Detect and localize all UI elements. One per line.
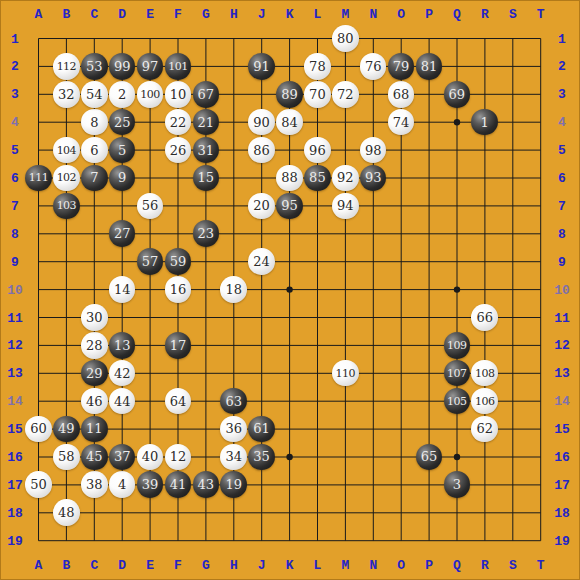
intersection-B5[interactable]: 104 [52,136,80,164]
stone-R11-white[interactable]: 66 [471,304,498,331]
intersection-C2[interactable]: 53 [80,52,108,80]
row-label-left-13: 13 [7,366,23,381]
move-number: 18 [225,283,242,296]
intersection-E7[interactable]: 56 [136,192,164,220]
intersection-B15[interactable]: 49 [52,415,80,443]
move-number: 6 [90,144,98,157]
stone-C3-white[interactable]: 54 [81,81,108,108]
move-number: 91 [253,60,270,73]
intersection-E16[interactable]: 40 [136,443,164,471]
stone-B3-white[interactable]: 32 [53,81,80,108]
intersection-M1[interactable]: 80 [331,25,359,53]
move-number: 78 [309,60,326,73]
intersection-K7[interactable]: 95 [276,192,304,220]
intersection-A17[interactable]: 50 [25,471,53,499]
intersection-C14[interactable]: 46 [80,387,108,415]
stone-F17-black[interactable]: 41 [165,471,192,498]
intersection-N2[interactable]: 76 [359,52,387,80]
stone-E16-white[interactable]: 40 [137,444,164,471]
intersection-H17[interactable]: 19 [220,471,248,499]
intersection-M13[interactable]: 110 [331,359,359,387]
stone-D8-black[interactable]: 27 [109,220,136,247]
stone-M1-white[interactable]: 80 [332,25,359,52]
move-number: 31 [198,144,215,157]
stone-Q13-black[interactable]: 107 [444,360,471,387]
intersection-C13[interactable]: 29 [80,359,108,387]
move-number: 24 [253,255,270,268]
intersection-O4[interactable]: 74 [387,108,415,136]
row-label-right-9: 9 [558,254,566,269]
intersection-G5[interactable]: 31 [192,136,220,164]
intersection-Q12[interactable]: 109 [443,331,471,359]
stone-N2-white[interactable]: 76 [360,53,387,80]
stone-D6-black[interactable]: 9 [109,165,136,192]
stone-C6-black[interactable]: 7 [81,165,108,192]
intersection-R4[interactable]: 1 [471,108,499,136]
stone-H16-white[interactable]: 34 [220,444,247,471]
stone-C14-white[interactable]: 46 [81,388,108,415]
stone-C16-black[interactable]: 45 [81,444,108,471]
stone-B16-white[interactable]: 58 [53,444,80,471]
move-number: 54 [86,88,103,101]
move-number: 100 [140,89,160,100]
intersection-R14[interactable]: 106 [471,387,499,415]
intersection-C6[interactable]: 7 [80,164,108,192]
move-number: 102 [57,172,77,183]
stone-C5-white[interactable]: 6 [81,137,108,164]
intersection-F3[interactable]: 10 [164,80,192,108]
intersection-M7[interactable]: 94 [331,192,359,220]
move-number: 46 [86,395,103,408]
move-number: 32 [58,88,75,101]
stone-F3-white[interactable]: 10 [165,81,192,108]
intersection-J7[interactable]: 20 [248,192,276,220]
stone-C2-black[interactable]: 53 [81,53,108,80]
stone-J16-black[interactable]: 35 [248,444,275,471]
stone-E7-white[interactable]: 56 [137,193,164,220]
move-number: 68 [393,88,410,101]
column-label-bottom-Q: Q [453,558,461,573]
intersection-C17[interactable]: 38 [80,471,108,499]
intersection-D4[interactable]: 25 [108,108,136,136]
stone-G4-black[interactable]: 21 [193,109,220,136]
stone-B2-white[interactable]: 112 [53,53,80,80]
intersection-N6[interactable]: 93 [359,164,387,192]
move-number: 109 [447,340,467,351]
stone-R14-white[interactable]: 106 [471,388,498,415]
intersection-H16[interactable]: 34 [220,443,248,471]
stone-F5-white[interactable]: 26 [165,137,192,164]
intersection-D12[interactable]: 13 [108,331,136,359]
row-label-left-7: 7 [11,198,19,213]
stone-J4-white[interactable]: 90 [248,109,275,136]
stone-E2-black[interactable]: 97 [137,53,164,80]
stone-C12-white[interactable]: 28 [81,332,108,359]
intersection-G17[interactable]: 43 [192,471,220,499]
stone-A6-black[interactable]: 111 [25,165,52,192]
stone-D5-black[interactable]: 5 [109,137,136,164]
stone-C4-white[interactable]: 8 [81,109,108,136]
intersection-J2[interactable]: 91 [248,52,276,80]
move-number: 13 [114,339,131,352]
stone-C11-white[interactable]: 30 [81,304,108,331]
move-number: 5 [118,144,126,157]
stone-D17-white[interactable]: 4 [109,471,136,498]
stone-H14-black[interactable]: 63 [220,388,247,415]
intersection-F12[interactable]: 17 [164,331,192,359]
intersection-F10[interactable]: 16 [164,276,192,304]
column-label-bottom-C: C [90,558,98,573]
intersection-F2[interactable]: 101 [164,52,192,80]
row-label-right-5: 5 [558,143,566,158]
intersection-C4[interactable]: 8 [80,108,108,136]
intersection-C5[interactable]: 6 [80,136,108,164]
stone-K7-black[interactable]: 95 [276,193,303,220]
stone-O2-black[interactable]: 79 [388,53,415,80]
stone-J2-black[interactable]: 91 [248,53,275,80]
stone-H17-black[interactable]: 19 [220,471,247,498]
intersection-J16[interactable]: 35 [248,443,276,471]
intersection-K6[interactable]: 88 [276,164,304,192]
board-grid[interactable]: 1234567891011121314151617181920212223242… [25,25,555,555]
stone-G8-black[interactable]: 23 [193,220,220,247]
column-label-bottom-H: H [230,558,238,573]
intersection-L3[interactable]: 70 [303,80,331,108]
stone-L6-black[interactable]: 85 [304,165,331,192]
move-number: 95 [281,199,298,212]
intersection-C16[interactable]: 45 [80,443,108,471]
move-number: 94 [337,199,354,212]
stone-C15-black[interactable]: 11 [81,416,108,443]
intersection-H15[interactable]: 36 [220,415,248,443]
stone-Q3-black[interactable]: 69 [444,81,471,108]
column-label-bottom-E: E [146,558,154,573]
intersection-N5[interactable]: 98 [359,136,387,164]
stone-N5-white[interactable]: 98 [360,137,387,164]
column-label-bottom-R: R [481,558,489,573]
stone-M6-white[interactable]: 92 [332,165,359,192]
move-number: 103 [57,200,77,211]
stone-R4-black[interactable]: 1 [471,109,498,136]
stone-L3-white[interactable]: 70 [304,81,331,108]
move-number: 62 [476,422,493,435]
move-number: 92 [337,171,354,184]
move-number: 41 [170,478,187,491]
move-number: 111 [29,172,49,183]
column-label-top-E: E [146,7,154,22]
stone-P2-black[interactable]: 81 [416,53,443,80]
intersection-G8[interactable]: 23 [192,220,220,248]
row-label-right-7: 7 [558,198,566,213]
stone-R13-white[interactable]: 108 [471,360,498,387]
move-number: 89 [281,88,298,101]
intersection-K4[interactable]: 84 [276,108,304,136]
intersection-R11[interactable]: 66 [471,303,499,331]
stone-B7-black[interactable]: 103 [53,193,80,220]
stone-F10-white[interactable]: 16 [165,276,192,303]
column-label-bottom-T: T [537,558,545,573]
move-number: 15 [198,171,215,184]
stone-Q14-black[interactable]: 105 [444,388,471,415]
stone-N6-black[interactable]: 93 [360,165,387,192]
stone-H15-white[interactable]: 36 [220,416,247,443]
intersection-D8[interactable]: 27 [108,220,136,248]
intersection-F4[interactable]: 22 [164,108,192,136]
stone-M7-white[interactable]: 94 [332,193,359,220]
intersection-D17[interactable]: 4 [108,471,136,499]
intersection-C15[interactable]: 11 [80,415,108,443]
intersection-F14[interactable]: 64 [164,387,192,415]
move-number: 22 [170,116,187,129]
intersection-Q14[interactable]: 105 [443,387,471,415]
intersection-E17[interactable]: 39 [136,471,164,499]
column-label-top-H: H [230,7,238,22]
intersection-L2[interactable]: 78 [303,52,331,80]
move-number: 20 [253,199,270,212]
column-label-top-Q: Q [453,7,461,22]
intersection-R13[interactable]: 108 [471,359,499,387]
intersection-B2[interactable]: 112 [52,52,80,80]
intersection-F5[interactable]: 26 [164,136,192,164]
row-label-left-14: 14 [7,394,23,409]
intersection-D5[interactable]: 5 [108,136,136,164]
intersection-D10[interactable]: 14 [108,276,136,304]
stone-F12-black[interactable]: 17 [165,332,192,359]
move-number: 63 [225,395,242,408]
intersection-K3[interactable]: 89 [276,80,304,108]
stone-D13-white[interactable]: 42 [109,360,136,387]
column-label-top-C: C [90,7,98,22]
move-number: 110 [336,368,356,379]
stone-B6-white[interactable]: 102 [53,165,80,192]
intersection-L6[interactable]: 85 [303,164,331,192]
intersection-F17[interactable]: 41 [164,471,192,499]
move-number: 81 [421,60,438,73]
move-number: 106 [475,396,495,407]
stone-Q12-black[interactable]: 109 [444,332,471,359]
move-number: 14 [114,283,131,296]
stone-J7-white[interactable]: 20 [248,193,275,220]
intersection-D6[interactable]: 9 [108,164,136,192]
stone-O4-white[interactable]: 74 [388,109,415,136]
column-label-bottom-K: K [286,558,294,573]
move-number: 58 [58,450,75,463]
intersection-D3[interactable]: 2 [108,80,136,108]
intersection-C11[interactable]: 30 [80,303,108,331]
stone-D10-white[interactable]: 14 [109,276,136,303]
row-label-left-15: 15 [7,422,23,437]
intersection-H14[interactable]: 63 [220,387,248,415]
row-label-left-18: 18 [7,505,23,520]
move-number: 86 [253,144,270,157]
stone-D3-white[interactable]: 2 [109,81,136,108]
column-label-bottom-P: P [425,558,433,573]
row-label-right-4: 4 [558,115,566,130]
column-label-top-T: T [537,7,545,22]
move-number: 70 [309,88,326,101]
intersection-B3[interactable]: 32 [52,80,80,108]
stone-L2-white[interactable]: 78 [304,53,331,80]
intersection-E3[interactable]: 100 [136,80,164,108]
column-label-bottom-S: S [509,558,517,573]
intersection-O3[interactable]: 68 [387,80,415,108]
stone-K6-white[interactable]: 88 [276,165,303,192]
intersection-J5[interactable]: 86 [248,136,276,164]
column-label-top-N: N [369,7,377,22]
move-number: 60 [30,422,47,435]
row-label-right-6: 6 [558,171,566,186]
intersection-M6[interactable]: 92 [331,164,359,192]
row-label-right-13: 13 [554,366,570,381]
stone-L5-white[interactable]: 96 [304,137,331,164]
column-label-top-M: M [341,7,349,22]
stone-F2-black[interactable]: 101 [165,53,192,80]
intersection-D16[interactable]: 37 [108,443,136,471]
column-label-bottom-N: N [369,558,377,573]
stone-M13-white[interactable]: 110 [332,360,359,387]
stone-B15-black[interactable]: 49 [53,416,80,443]
move-number: 26 [170,144,187,157]
move-number: 44 [114,395,131,408]
row-label-left-16: 16 [7,450,23,465]
stone-D2-black[interactable]: 99 [109,53,136,80]
stone-J9-white[interactable]: 24 [248,248,275,275]
intersection-F16[interactable]: 12 [164,443,192,471]
stone-P16-black[interactable]: 65 [416,444,443,471]
move-number: 65 [421,450,438,463]
stone-E9-black[interactable]: 57 [137,248,164,275]
stone-A15-white[interactable]: 60 [25,416,52,443]
row-label-right-3: 3 [558,87,566,102]
stone-C17-white[interactable]: 38 [81,471,108,498]
stone-B18-white[interactable]: 48 [53,499,80,526]
stone-G6-black[interactable]: 15 [193,165,220,192]
column-label-bottom-G: G [202,558,210,573]
go-board-app: ABCDEFGHJKLMNOPQRST ABCDEFGHJKLMNOPQRST … [0,0,580,580]
stone-C13-black[interactable]: 29 [81,360,108,387]
intersection-D13[interactable]: 42 [108,359,136,387]
intersection-Q17[interactable]: 3 [443,471,471,499]
move-number: 16 [170,283,187,296]
intersection-A15[interactable]: 60 [25,415,53,443]
stone-E17-black[interactable]: 39 [137,471,164,498]
stone-K3-black[interactable]: 89 [276,81,303,108]
intersection-P2[interactable]: 81 [415,52,443,80]
stone-K4-white[interactable]: 84 [276,109,303,136]
intersection-G4[interactable]: 21 [192,108,220,136]
row-label-left-5: 5 [11,143,19,158]
intersection-M3[interactable]: 72 [331,80,359,108]
stone-H10-white[interactable]: 18 [220,276,247,303]
intersection-Q13[interactable]: 107 [443,359,471,387]
intersection-P16[interactable]: 65 [415,443,443,471]
intersection-A6[interactable]: 111 [25,164,53,192]
move-number: 8 [90,116,98,129]
stone-O3-white[interactable]: 68 [388,81,415,108]
intersection-E9[interactable]: 57 [136,248,164,276]
intersection-B16[interactable]: 58 [52,443,80,471]
move-number: 48 [58,506,75,519]
stone-J5-white[interactable]: 86 [248,137,275,164]
row-label-right-2: 2 [558,59,566,74]
intersection-J9[interactable]: 24 [248,248,276,276]
stone-G17-black[interactable]: 43 [193,471,220,498]
move-number: 45 [86,450,103,463]
stone-G5-black[interactable]: 31 [193,137,220,164]
move-number: 23 [198,227,215,240]
column-label-top-S: S [509,7,517,22]
stone-D14-white[interactable]: 44 [109,388,136,415]
intersection-E2[interactable]: 97 [136,52,164,80]
stone-D12-black[interactable]: 13 [109,332,136,359]
stone-F9-black[interactable]: 59 [165,248,192,275]
intersection-D2[interactable]: 99 [108,52,136,80]
intersection-F9[interactable]: 59 [164,248,192,276]
intersection-L5[interactable]: 96 [303,136,331,164]
column-label-bottom-L: L [314,558,322,573]
intersection-J15[interactable]: 61 [248,415,276,443]
move-number: 98 [365,144,382,157]
intersection-G3[interactable]: 67 [192,80,220,108]
stone-D16-black[interactable]: 37 [109,444,136,471]
move-number: 17 [170,339,187,352]
stone-Q17-black[interactable]: 3 [444,471,471,498]
intersection-C12[interactable]: 28 [80,331,108,359]
stone-F4-white[interactable]: 22 [165,109,192,136]
move-number: 25 [114,116,131,129]
intersection-O2[interactable]: 79 [387,52,415,80]
stone-R15-white[interactable]: 62 [471,416,498,443]
move-number: 99 [114,60,131,73]
move-number: 64 [170,395,187,408]
stone-D4-black[interactable]: 25 [109,109,136,136]
move-number: 36 [225,422,242,435]
move-number: 19 [225,478,242,491]
intersection-D14[interactable]: 44 [108,387,136,415]
move-number: 67 [198,88,215,101]
intersection-C3[interactable]: 54 [80,80,108,108]
row-label-right-10: 10 [554,282,570,297]
move-number: 34 [225,450,242,463]
move-number: 3 [453,478,461,491]
stone-M3-white[interactable]: 72 [332,81,359,108]
intersection-G6[interactable]: 15 [192,164,220,192]
intersection-B6[interactable]: 102 [52,164,80,192]
stone-B5-white[interactable]: 104 [53,137,80,164]
column-label-top-A: A [35,7,43,22]
intersection-H10[interactable]: 18 [220,276,248,304]
intersection-B7[interactable]: 103 [52,192,80,220]
stone-J15-black[interactable]: 61 [248,416,275,443]
move-number: 38 [86,478,103,491]
row-label-left-11: 11 [7,310,23,325]
intersection-J4[interactable]: 90 [248,108,276,136]
row-label-right-14: 14 [554,394,570,409]
row-label-left-19: 19 [7,533,23,548]
stone-G3-black[interactable]: 67 [193,81,220,108]
move-number: 2 [118,88,126,101]
column-label-top-B: B [62,7,70,22]
stone-F16-white[interactable]: 12 [165,444,192,471]
stone-E3-white[interactable]: 100 [137,81,164,108]
column-label-top-F: F [174,7,182,22]
move-number: 40 [142,450,159,463]
stone-A17-white[interactable]: 50 [25,471,52,498]
stone-F14-white[interactable]: 64 [165,388,192,415]
intersection-R15[interactable]: 62 [471,415,499,443]
intersection-Q3[interactable]: 69 [443,80,471,108]
intersection-B18[interactable]: 48 [52,499,80,527]
